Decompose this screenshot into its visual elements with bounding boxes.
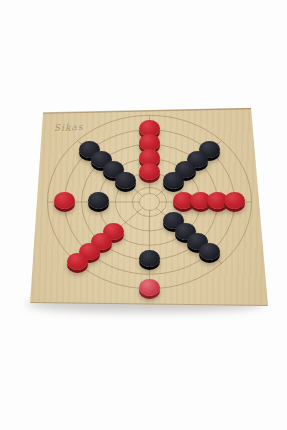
disc-red-S6[interactable] <box>139 279 160 296</box>
pieces-layer <box>0 0 287 430</box>
disc-black-SE5[interactable] <box>199 243 220 260</box>
photo-stage: Sikas <box>0 0 287 430</box>
disc-red-E5[interactable] <box>224 192 245 209</box>
disc-black-S4[interactable] <box>139 250 160 267</box>
disc-black-NW2[interactable] <box>115 172 136 189</box>
disc-black-W3[interactable] <box>88 192 109 209</box>
disc-red-N2[interactable] <box>139 163 160 180</box>
disc-black-NE2[interactable] <box>163 172 184 189</box>
disc-red-SW6[interactable] <box>67 253 88 270</box>
disc-red-W5[interactable] <box>54 192 75 209</box>
